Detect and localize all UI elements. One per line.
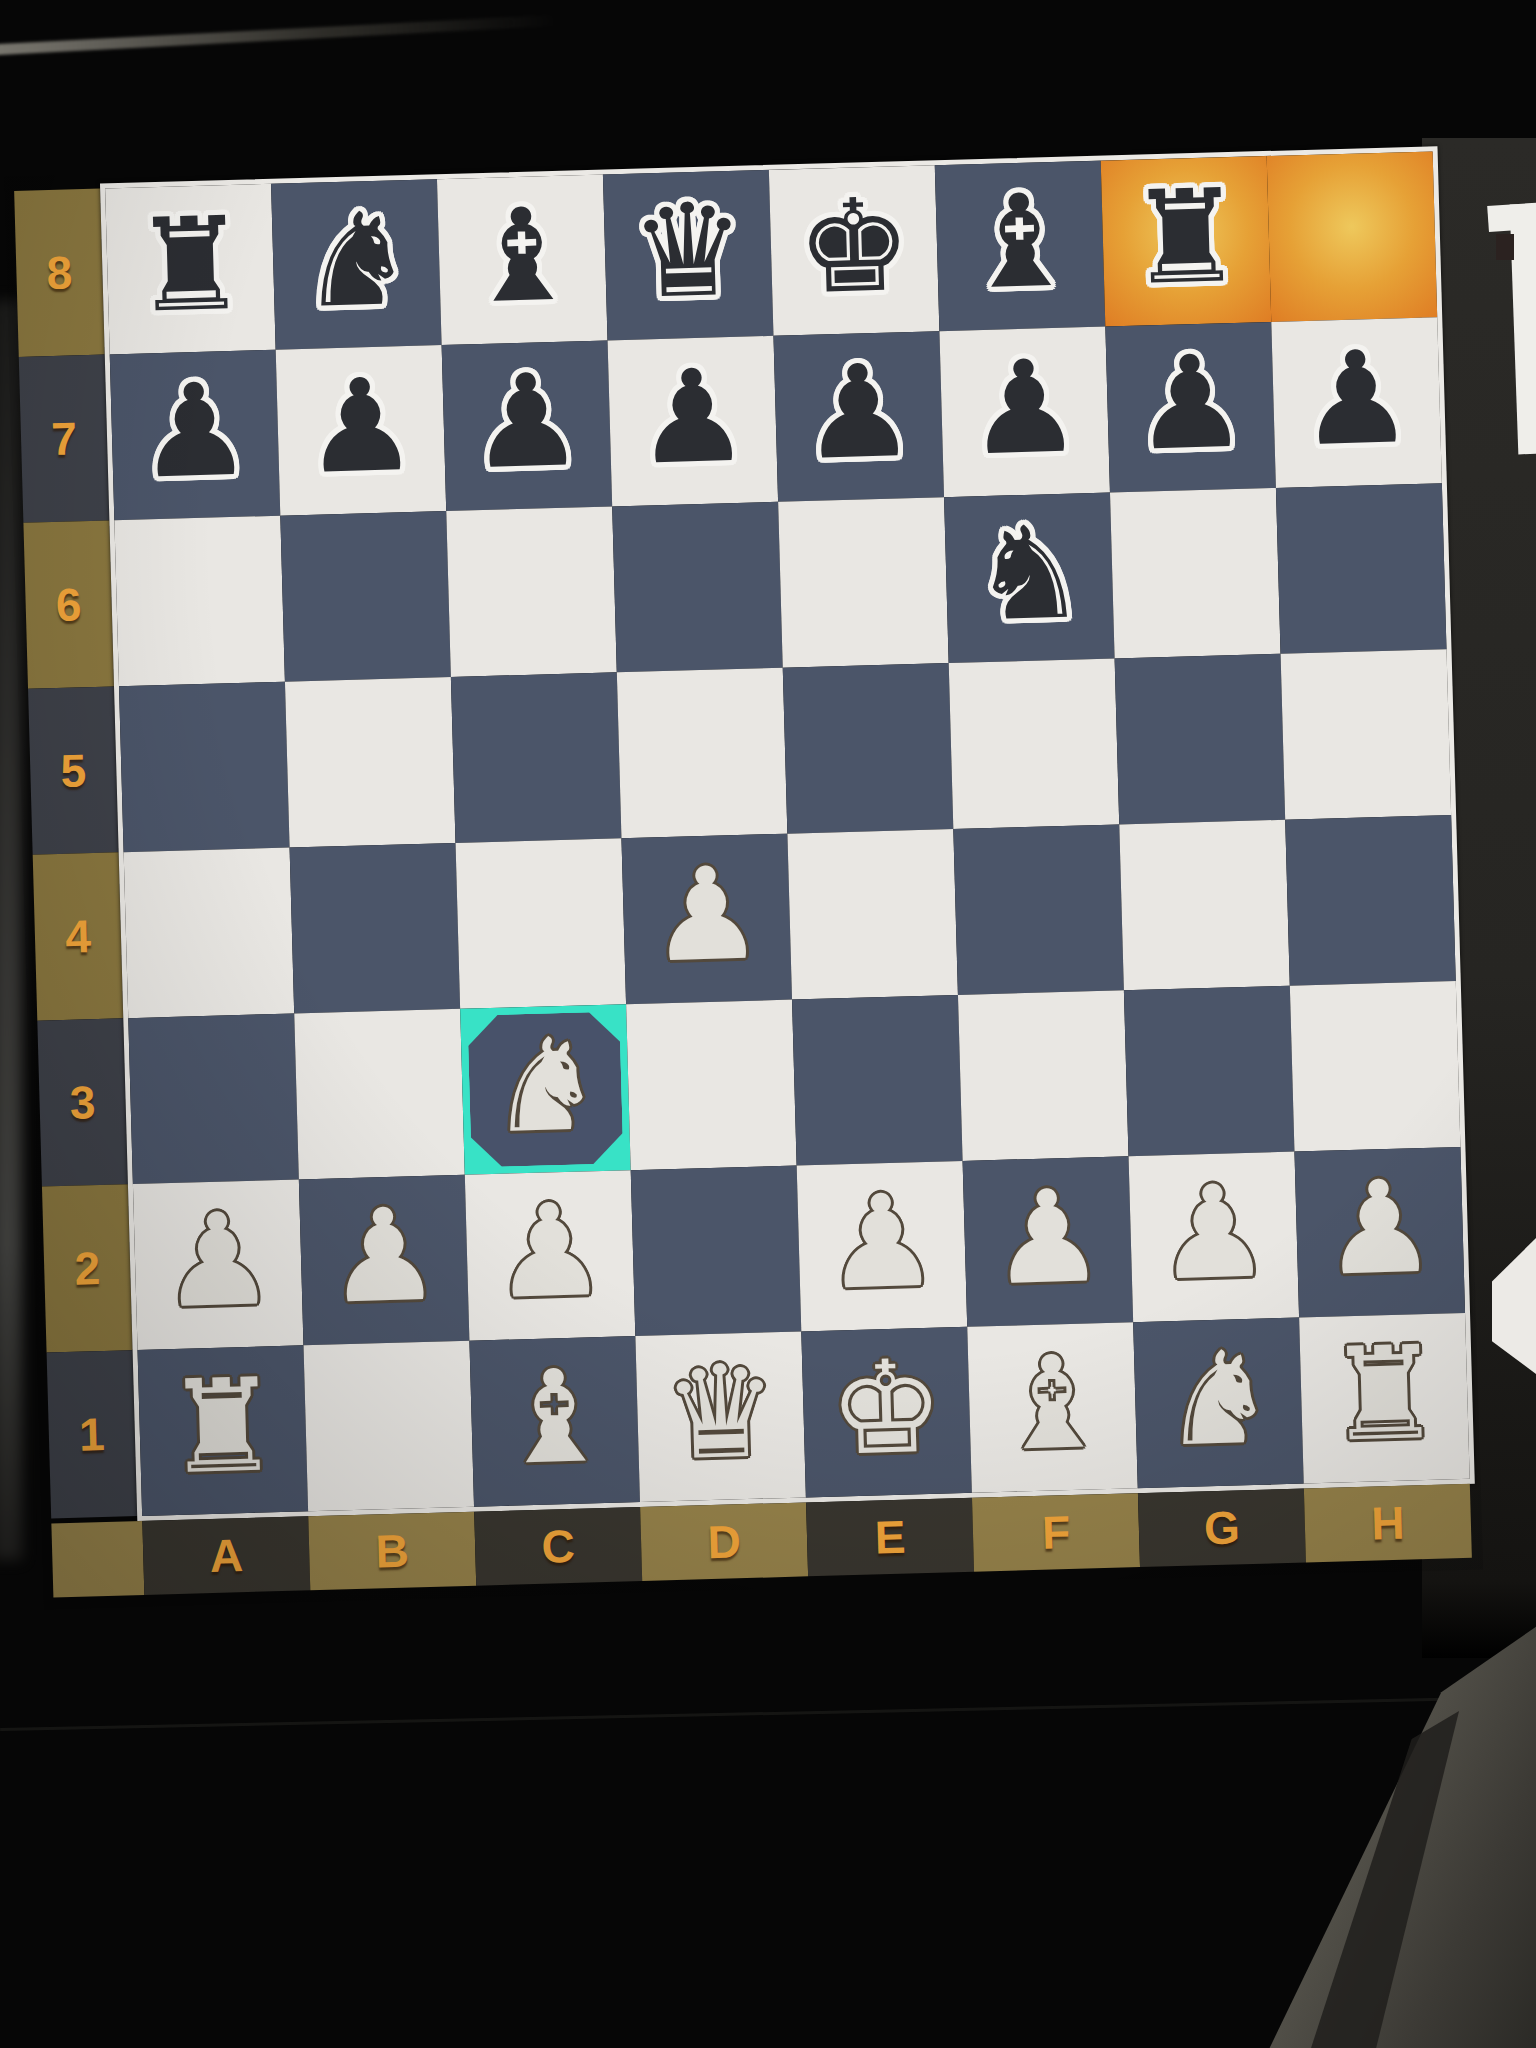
file-label-E: E	[874, 1510, 906, 1565]
square-e5[interactable]	[783, 663, 954, 834]
square-f3[interactable]	[958, 990, 1129, 1161]
rank-label-3: 3	[69, 1075, 96, 1130]
square-d3[interactable]	[626, 1000, 797, 1171]
white-pawn: ♟	[989, 1172, 1108, 1311]
black-pawn: ♟	[302, 361, 421, 500]
white-pawn: ♟	[823, 1177, 942, 1316]
black-pawn: ♟	[1131, 338, 1250, 477]
square-d1[interactable]: ♛	[635, 1331, 806, 1502]
square-c5[interactable]	[451, 672, 622, 843]
square-b5[interactable]	[285, 677, 456, 848]
file-strip-cell-E: E	[806, 1498, 974, 1577]
square-d4[interactable]: ♟	[621, 834, 792, 1005]
file-label-B: B	[375, 1524, 410, 1579]
square-b4[interactable]	[290, 843, 461, 1014]
square-h1[interactable]: ♜	[1299, 1313, 1470, 1484]
square-f2[interactable]: ♟	[963, 1156, 1134, 1327]
file-strip-cell-D: D	[640, 1502, 808, 1581]
square-c8[interactable]: ♝	[437, 175, 608, 346]
rank-strip-cell-1: 1	[47, 1350, 138, 1518]
square-c1[interactable]: ♝	[469, 1336, 640, 1507]
square-e2[interactable]: ♟	[797, 1161, 968, 1332]
rank-strip-cell-4: 4	[33, 852, 124, 1020]
white-queen: ♛	[661, 1347, 780, 1486]
black-pawn: ♟	[800, 347, 919, 486]
square-b1[interactable]	[303, 1341, 474, 1512]
square-g6[interactable]	[1110, 488, 1281, 659]
square-g8[interactable]: ♜	[1101, 156, 1272, 327]
rank-strip-cell-3: 3	[37, 1018, 128, 1186]
square-f7[interactable]: ♟	[939, 327, 1110, 498]
square-f8[interactable]: ♝	[935, 161, 1106, 332]
flag-icon-notch	[1496, 234, 1514, 260]
square-a8[interactable]: ♜	[105, 184, 276, 355]
white-pawn: ♟	[159, 1195, 278, 1334]
square-a6[interactable]	[114, 516, 285, 687]
black-pawn: ♟	[965, 342, 1084, 481]
square-g4[interactable]	[1119, 820, 1290, 991]
square-d8[interactable]: ♛	[603, 170, 774, 341]
board-squares: ♜♞♝♛♚♝♜♟♟♟♟♟♟♟♟♞♟♞♟♟♟♟♟♟♟♜♝♛♚♝♞♜	[100, 146, 1475, 1521]
square-g7[interactable]: ♟	[1105, 322, 1276, 493]
square-e8[interactable]: ♚	[769, 165, 940, 336]
rank-strip-cell-6: 6	[23, 520, 114, 688]
square-c6[interactable]	[446, 506, 617, 677]
black-rook: ♜	[131, 200, 250, 339]
rank-label-6: 6	[55, 577, 82, 632]
square-e3[interactable]	[792, 995, 963, 1166]
square-a1[interactable]: ♜	[138, 1345, 309, 1516]
white-pawn: ♟	[325, 1191, 444, 1330]
rank-strip-cell-2: 2	[42, 1184, 133, 1352]
white-knight: ♞	[1159, 1333, 1278, 1472]
square-c4[interactable]	[456, 838, 627, 1009]
file-strip-cell-B: B	[308, 1512, 476, 1591]
square-d5[interactable]	[617, 668, 788, 839]
square-g2[interactable]: ♟	[1129, 1152, 1300, 1323]
white-pawn: ♟	[647, 849, 766, 988]
square-f6[interactable]: ♞	[944, 493, 1115, 664]
rank-label-1: 1	[78, 1407, 105, 1462]
square-e6[interactable]	[778, 497, 949, 668]
black-bishop: ♝	[463, 190, 582, 329]
white-rook: ♜	[1325, 1329, 1444, 1468]
file-strip-cell-C: C	[474, 1507, 642, 1586]
square-f1[interactable]: ♝	[967, 1322, 1138, 1493]
black-pawn: ♟	[136, 365, 255, 504]
square-h4[interactable]	[1285, 815, 1456, 986]
file-label-D: D	[707, 1514, 742, 1569]
black-rook: ♜	[1127, 172, 1246, 311]
black-king: ♚	[795, 181, 914, 320]
square-e4[interactable]	[787, 829, 958, 1000]
square-a2[interactable]: ♟	[133, 1179, 304, 1350]
black-knight: ♞	[970, 508, 1089, 647]
white-pawn: ♟	[1155, 1167, 1274, 1306]
rank-label-4: 4	[64, 909, 91, 964]
square-a5[interactable]	[119, 682, 290, 853]
screen-bottom-edge	[0, 1696, 1536, 1731]
white-bishop: ♝	[495, 1352, 614, 1491]
square-f4[interactable]	[953, 824, 1124, 995]
file-strip-cell-H: H	[1304, 1484, 1472, 1563]
white-king: ♚	[827, 1343, 946, 1482]
black-pawn: ♟	[634, 352, 753, 491]
rank-label-8: 8	[46, 245, 73, 300]
square-d7[interactable]: ♟	[608, 336, 779, 507]
black-bishop: ♝	[961, 176, 1080, 315]
square-g1[interactable]: ♞	[1133, 1318, 1304, 1489]
square-d6[interactable]	[612, 502, 783, 673]
square-h8[interactable]	[1267, 151, 1438, 322]
square-b7[interactable]: ♟	[276, 345, 447, 516]
file-label-F: F	[1041, 1505, 1071, 1560]
square-h2[interactable]: ♟	[1294, 1147, 1465, 1318]
rank-label-5: 5	[60, 743, 87, 798]
white-pawn: ♟	[491, 1186, 610, 1325]
square-h6[interactable]	[1276, 483, 1447, 654]
rank-label-7: 7	[51, 411, 78, 466]
square-a3[interactable]	[128, 1013, 299, 1184]
white-knight: ♞	[486, 1020, 605, 1159]
square-e7[interactable]: ♟	[773, 331, 944, 502]
square-b2[interactable]: ♟	[299, 1175, 470, 1346]
rank-label-2: 2	[74, 1241, 101, 1296]
rank-strip-cell-5: 5	[28, 686, 119, 854]
black-knight: ♞	[297, 195, 416, 334]
square-h5[interactable]	[1281, 649, 1452, 820]
square-e1[interactable]: ♚	[801, 1327, 972, 1498]
white-pawn: ♟	[1320, 1163, 1439, 1302]
seatback-screen-photo: 87654321 ♜♞♝♛♚♝♜♟♟♟♟♟♟♟♟♞♟♞♟♟♟♟♟♟♟♜♝♛♚♝♞…	[0, 0, 1536, 2048]
file-label-H: H	[1370, 1496, 1405, 1551]
white-bishop: ♝	[993, 1338, 1112, 1477]
black-pawn: ♟	[1297, 333, 1416, 472]
file-label-A: A	[209, 1528, 244, 1583]
file-strip-cell-G: G	[1138, 1488, 1306, 1567]
square-c7[interactable]: ♟	[442, 340, 613, 511]
black-queen: ♛	[629, 186, 748, 325]
square-g3[interactable]	[1124, 986, 1295, 1157]
square-b8[interactable]: ♞	[271, 179, 442, 350]
square-b3[interactable]	[294, 1009, 465, 1180]
file-strip-corner	[51, 1521, 144, 1598]
partial-flag-icon	[1488, 198, 1536, 468]
screen-edge-glow	[0, 300, 22, 1560]
square-d2[interactable]	[631, 1166, 802, 1337]
square-g5[interactable]	[1115, 654, 1286, 825]
file-strip-cell-F: F	[972, 1493, 1140, 1572]
square-c3[interactable]: ♞	[460, 1004, 631, 1175]
black-pawn: ♟	[468, 356, 587, 495]
square-h3[interactable]	[1290, 981, 1461, 1152]
file-label-C: C	[541, 1519, 576, 1574]
square-f5[interactable]	[949, 658, 1120, 829]
square-a4[interactable]	[124, 848, 295, 1019]
file-label-G: G	[1203, 1500, 1240, 1555]
bezel-highlight-line	[0, 15, 556, 56]
white-rook: ♜	[164, 1361, 283, 1500]
square-h7[interactable]: ♟	[1271, 317, 1442, 488]
square-c2[interactable]: ♟	[465, 1170, 636, 1341]
square-b6[interactable]	[280, 511, 451, 682]
rank-strip-cell-8: 8	[14, 189, 105, 357]
chessboard: 87654321 ♜♞♝♛♚♝♜♟♟♟♟♟♟♟♟♞♟♞♟♟♟♟♟♟♟♜♝♛♚♝♞…	[14, 146, 1473, 1599]
rank-strip-cell-7: 7	[19, 355, 110, 523]
file-strip-cell-A: A	[142, 1516, 310, 1595]
square-a7[interactable]: ♟	[110, 350, 281, 521]
